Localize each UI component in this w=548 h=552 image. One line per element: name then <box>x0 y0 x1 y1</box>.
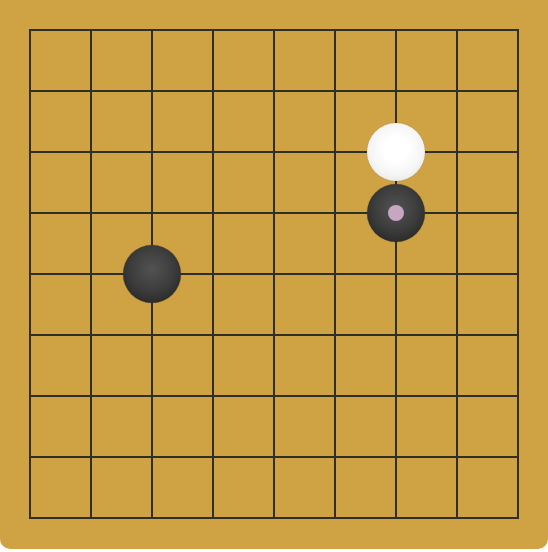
board-cell[interactable] <box>456 151 517 212</box>
board-cell[interactable] <box>456 90 517 151</box>
black-stone[interactable] <box>123 245 181 303</box>
board-cell[interactable] <box>90 151 151 212</box>
white-stone[interactable] <box>367 123 425 181</box>
board-cell[interactable] <box>90 395 151 456</box>
board-cell[interactable] <box>90 456 151 517</box>
board-cell[interactable] <box>273 456 334 517</box>
board-cell[interactable] <box>273 212 334 273</box>
board-cell[interactable] <box>212 29 273 90</box>
board-cell[interactable] <box>456 212 517 273</box>
board-cell[interactable] <box>334 29 395 90</box>
board-cell[interactable] <box>29 212 90 273</box>
board-cell[interactable] <box>334 334 395 395</box>
board-cell[interactable] <box>29 29 90 90</box>
board-cell[interactable] <box>29 456 90 517</box>
board-cell[interactable] <box>151 456 212 517</box>
board-cell[interactable] <box>273 334 334 395</box>
board-cell[interactable] <box>29 151 90 212</box>
board-cell[interactable] <box>273 273 334 334</box>
board-cell[interactable] <box>395 29 456 90</box>
board-cell[interactable] <box>273 90 334 151</box>
board-cell[interactable] <box>395 456 456 517</box>
board-cell[interactable] <box>212 273 273 334</box>
board-cell[interactable] <box>151 151 212 212</box>
board-cell[interactable] <box>395 273 456 334</box>
board-cell[interactable] <box>456 334 517 395</box>
board-cell[interactable] <box>212 212 273 273</box>
board-cell[interactable] <box>90 334 151 395</box>
black-stone[interactable] <box>367 184 425 242</box>
board-cell[interactable] <box>29 334 90 395</box>
board-cell[interactable] <box>151 334 212 395</box>
board-cell[interactable] <box>90 90 151 151</box>
board-cell[interactable] <box>395 395 456 456</box>
board-cell[interactable] <box>456 456 517 517</box>
page-background <box>0 0 548 552</box>
board-cell[interactable] <box>29 395 90 456</box>
board-cell[interactable] <box>456 29 517 90</box>
board-cell[interactable] <box>212 90 273 151</box>
board-cell[interactable] <box>273 29 334 90</box>
board-cell[interactable] <box>334 395 395 456</box>
board-cell[interactable] <box>334 273 395 334</box>
board-grid <box>29 29 519 519</box>
board-cell[interactable] <box>456 273 517 334</box>
go-board[interactable] <box>0 0 548 549</box>
board-cell[interactable] <box>29 273 90 334</box>
board-cell[interactable] <box>212 395 273 456</box>
board-cell[interactable] <box>212 151 273 212</box>
board-cell[interactable] <box>273 395 334 456</box>
board-cell[interactable] <box>151 29 212 90</box>
board-cell[interactable] <box>212 334 273 395</box>
board-cell[interactable] <box>90 29 151 90</box>
board-cell[interactable] <box>334 456 395 517</box>
board-cell[interactable] <box>395 334 456 395</box>
last-move-marker-icon <box>388 205 404 221</box>
board-cell[interactable] <box>151 90 212 151</box>
board-cell[interactable] <box>29 90 90 151</box>
board-cell[interactable] <box>456 395 517 456</box>
board-cell[interactable] <box>273 151 334 212</box>
board-cell[interactable] <box>151 395 212 456</box>
board-cell[interactable] <box>212 456 273 517</box>
